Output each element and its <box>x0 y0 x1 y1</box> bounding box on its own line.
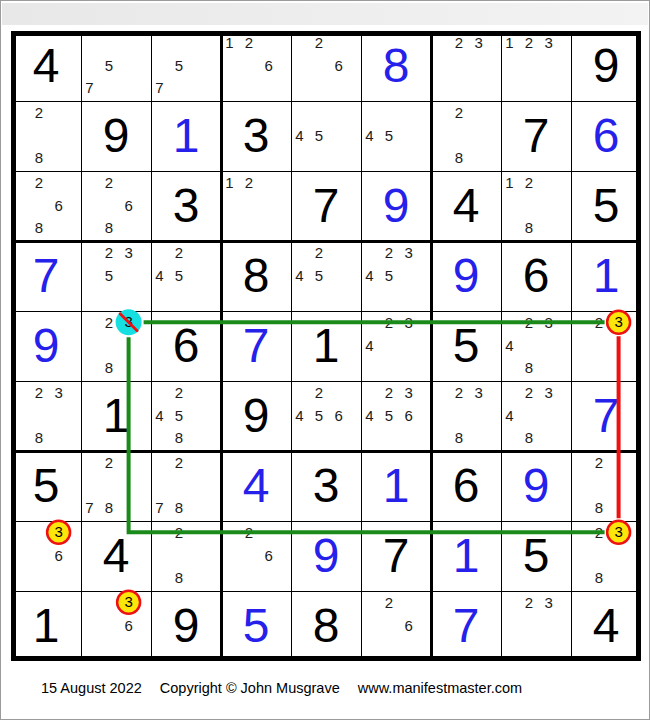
cell-r2c9[interactable]: 6 <box>571 101 641 171</box>
candidate-2: 2 <box>525 315 533 330</box>
cell-r1c1[interactable]: 4 <box>11 31 81 101</box>
cell-r7c1[interactable]: 5 <box>11 451 81 521</box>
candidate-8: 8 <box>175 430 183 445</box>
candidate-2: 2 <box>385 315 393 330</box>
cell-r1c9[interactable]: 9 <box>571 31 641 101</box>
cell-r8c2[interactable]: 4 <box>81 521 151 591</box>
cell-r6c9[interactable]: 7 <box>571 381 641 451</box>
cell-r5c2[interactable]: 28 <box>81 311 151 381</box>
candidate-2: 2 <box>105 175 113 190</box>
cell-r3c3[interactable]: 3 <box>151 171 221 241</box>
footer-date: 15 August 2022 <box>41 680 142 696</box>
cell-r6c1[interactable]: 238 <box>11 381 81 451</box>
cell-r2c3[interactable]: 1 <box>151 101 221 171</box>
cell-r6c3[interactable]: 2458 <box>151 381 221 451</box>
candidate-2: 2 <box>385 385 393 400</box>
solved-digit: 1 <box>151 101 221 171</box>
candidate-2: 2 <box>385 595 393 610</box>
candidate-2: 2 <box>105 455 113 470</box>
solved-digit: 1 <box>431 521 501 591</box>
candidate-5: 5 <box>175 57 183 72</box>
candidate-6: 6 <box>54 547 62 562</box>
cell-r3c1[interactable]: 268 <box>11 171 81 241</box>
candidate-8: 8 <box>595 570 603 585</box>
cell-r7c4[interactable]: 4 <box>221 451 291 521</box>
candidate-7: 7 <box>85 80 93 95</box>
given-digit: 5 <box>431 311 501 381</box>
cell-r1c6[interactable]: 8 <box>361 31 431 101</box>
candidate-2: 2 <box>35 105 43 120</box>
cell-r9c2[interactable]: 6 <box>81 591 151 661</box>
cell-r8c5[interactable]: 9 <box>291 521 361 591</box>
candidate-3: 3 <box>124 245 132 260</box>
given-digit: 6 <box>431 451 501 521</box>
candidate-2: 2 <box>105 315 113 330</box>
given-digit: 8 <box>221 241 291 311</box>
candidate-2: 2 <box>315 245 323 260</box>
candidate-6: 6 <box>334 407 342 422</box>
solved-digit: 9 <box>11 311 81 381</box>
cell-r6c8[interactable]: 2348 <box>501 381 571 451</box>
given-digit: 4 <box>431 171 501 241</box>
candidate-4: 4 <box>155 267 163 282</box>
candidate-2: 2 <box>455 35 463 50</box>
cell-r9c6[interactable]: 26 <box>361 591 431 661</box>
candidate-5: 5 <box>175 407 183 422</box>
footer-copyright: Copyright © John Musgrave <box>160 680 340 696</box>
candidate-2: 2 <box>175 385 183 400</box>
cell-r9c3[interactable]: 9 <box>151 591 221 661</box>
cell-r4c1[interactable]: 7 <box>11 241 81 311</box>
cell-r4c2[interactable]: 235 <box>81 241 151 311</box>
candidate-8: 8 <box>455 430 463 445</box>
candidate-2: 2 <box>525 595 533 610</box>
solved-digit: 7 <box>11 241 81 311</box>
candidate-1: 1 <box>505 175 513 190</box>
cell-r4c9[interactable]: 1 <box>571 241 641 311</box>
given-digit: 4 <box>571 591 641 661</box>
cell-r7c5[interactable]: 3 <box>291 451 361 521</box>
cell-r4c3[interactable]: 245 <box>151 241 221 311</box>
cell-r5c3[interactable]: 6 <box>151 311 221 381</box>
cell-r2c8[interactable]: 7 <box>501 101 571 171</box>
candidate-3: 3 <box>474 35 482 50</box>
candidate-6: 6 <box>334 57 342 72</box>
cell-r3c9[interactable]: 5 <box>571 171 641 241</box>
candidate-7: 7 <box>155 80 163 95</box>
cell-r2c7[interactable]: 28 <box>431 101 501 171</box>
candidate-2: 2 <box>245 175 253 190</box>
cell-r2c4[interactable]: 3 <box>221 101 291 171</box>
candidate-3: 3 <box>544 35 552 50</box>
given-digit: 3 <box>151 171 221 241</box>
given-digit: 9 <box>81 101 151 171</box>
candidate-8: 8 <box>175 570 183 585</box>
candidate-2: 2 <box>105 245 113 260</box>
cell-r4c5[interactable]: 245 <box>291 241 361 311</box>
solved-digit: 1 <box>571 241 641 311</box>
given-digit: 5 <box>571 171 641 241</box>
cell-r3c5[interactable]: 7 <box>291 171 361 241</box>
candidate-2: 2 <box>315 385 323 400</box>
cell-r5c8[interactable]: 2348 <box>501 311 571 381</box>
candidate-8: 8 <box>35 150 43 165</box>
cell-r5c9[interactable]: 2 <box>571 311 641 381</box>
candidate-2: 2 <box>595 525 603 540</box>
sudoku-page: 4575712626823123928913454528762682683127… <box>0 0 650 720</box>
candidate-5: 5 <box>385 127 393 142</box>
candidate-2: 2 <box>175 455 183 470</box>
candidate-8: 8 <box>455 150 463 165</box>
solved-digit: 9 <box>291 521 361 591</box>
given-digit: 8 <box>291 591 361 661</box>
candidate-2: 2 <box>175 525 183 540</box>
cell-r1c7[interactable]: 23 <box>431 31 501 101</box>
candidate-8: 8 <box>105 500 113 515</box>
given-digit: 3 <box>221 101 291 171</box>
candidate-1: 1 <box>225 175 233 190</box>
cell-r1c5[interactable]: 26 <box>291 31 361 101</box>
cell-r9c5[interactable]: 8 <box>291 591 361 661</box>
candidate-1: 1 <box>505 35 513 50</box>
cell-r9c7[interactable]: 7 <box>431 591 501 661</box>
cell-r8c6[interactable]: 7 <box>361 521 431 591</box>
given-digit: 7 <box>291 171 361 241</box>
candidate-4: 4 <box>295 127 303 142</box>
cell-r9c4[interactable]: 5 <box>221 591 291 661</box>
candidate-5: 5 <box>315 127 323 142</box>
solved-digit: 9 <box>501 451 571 521</box>
cell-r3c7[interactable]: 4 <box>431 171 501 241</box>
candidate-7: 7 <box>155 500 163 515</box>
candidate-5: 5 <box>105 267 113 282</box>
solved-digit: 9 <box>431 241 501 311</box>
candidate-3: 3 <box>54 385 62 400</box>
candidate-3: 3 <box>474 385 482 400</box>
candidate-4: 4 <box>505 407 513 422</box>
candidate-4: 4 <box>365 267 373 282</box>
candidate-5: 5 <box>385 267 393 282</box>
given-digit: 6 <box>151 311 221 381</box>
cell-r3c2[interactable]: 268 <box>81 171 151 241</box>
given-digit: 9 <box>221 381 291 451</box>
cell-r7c6[interactable]: 1 <box>361 451 431 521</box>
cell-r6c6[interactable]: 23456 <box>361 381 431 451</box>
candidate-2: 2 <box>525 385 533 400</box>
given-digit: 1 <box>81 381 151 451</box>
candidate-3: 3 <box>544 595 552 610</box>
cell-r2c1[interactable]: 28 <box>11 101 81 171</box>
cell-r8c8[interactable]: 5 <box>501 521 571 591</box>
cell-r7c8[interactable]: 9 <box>501 451 571 521</box>
candidate-5: 5 <box>315 407 323 422</box>
cell-r5c7[interactable]: 5 <box>431 311 501 381</box>
cell-r5c4[interactable]: 7 <box>221 311 291 381</box>
candidate-2: 2 <box>525 35 533 50</box>
cell-r8c1[interactable]: 6 <box>11 521 81 591</box>
given-digit: 9 <box>151 591 221 661</box>
solved-digit: 1 <box>361 451 431 521</box>
candidate-2: 2 <box>595 455 603 470</box>
given-digit: 1 <box>11 591 81 661</box>
candidate-4: 4 <box>505 337 513 352</box>
solved-digit: 7 <box>221 311 291 381</box>
candidate-6: 6 <box>264 547 272 562</box>
given-digit: 7 <box>501 101 571 171</box>
given-digit: 1 <box>291 311 361 381</box>
candidate-8: 8 <box>525 220 533 235</box>
cell-r5c1[interactable]: 9 <box>11 311 81 381</box>
cell-r8c3[interactable]: 28 <box>151 521 221 591</box>
cell-r2c5[interactable]: 45 <box>291 101 361 171</box>
cell-r2c2[interactable]: 9 <box>81 101 151 171</box>
footer: 15 August 2022 Copyright © John Musgrave… <box>41 680 522 696</box>
top-gray-bar <box>2 3 648 25</box>
given-digit: 4 <box>81 521 151 591</box>
candidate-2: 2 <box>455 105 463 120</box>
solved-digit: 6 <box>571 101 641 171</box>
cell-r8c7[interactable]: 1 <box>431 521 501 591</box>
candidate-5: 5 <box>315 267 323 282</box>
candidate-8: 8 <box>525 430 533 445</box>
candidate-8: 8 <box>595 500 603 515</box>
candidate-2: 2 <box>315 35 323 50</box>
cell-r6c4[interactable]: 9 <box>221 381 291 451</box>
candidate-6: 6 <box>124 197 132 212</box>
candidate-8: 8 <box>105 220 113 235</box>
given-digit: 3 <box>291 451 361 521</box>
solved-digit: 8 <box>361 31 431 101</box>
solved-digit: 4 <box>221 451 291 521</box>
cell-r7c7[interactable]: 6 <box>431 451 501 521</box>
solved-digit: 7 <box>431 591 501 661</box>
cell-r1c3[interactable]: 57 <box>151 31 221 101</box>
cell-r2c6[interactable]: 45 <box>361 101 431 171</box>
cell-r6c5[interactable]: 2456 <box>291 381 361 451</box>
candidate-3: 3 <box>544 385 552 400</box>
cell-r4c8[interactable]: 6 <box>501 241 571 311</box>
given-digit: 4 <box>11 31 81 101</box>
candidate-4: 4 <box>155 407 163 422</box>
cell-r5c5[interactable]: 1 <box>291 311 361 381</box>
candidate-4: 4 <box>365 407 373 422</box>
candidate-2: 2 <box>595 315 603 330</box>
cell-r5c6[interactable]: 234 <box>361 311 431 381</box>
cell-r9c9[interactable]: 4 <box>571 591 641 661</box>
cell-r8c9[interactable]: 28 <box>571 521 641 591</box>
candidate-4: 4 <box>295 407 303 422</box>
candidate-4: 4 <box>365 337 373 352</box>
cell-r9c1[interactable]: 1 <box>11 591 81 661</box>
candidate-8: 8 <box>35 430 43 445</box>
cell-r4c7[interactable]: 9 <box>431 241 501 311</box>
cell-r9c8[interactable]: 23 <box>501 591 571 661</box>
candidate-3: 3 <box>404 245 412 260</box>
given-digit: 5 <box>11 451 81 521</box>
candidate-7: 7 <box>85 500 93 515</box>
cell-r7c2[interactable]: 278 <box>81 451 151 521</box>
candidate-6: 6 <box>54 197 62 212</box>
candidate-3: 3 <box>404 315 412 330</box>
cell-r1c2[interactable]: 57 <box>81 31 151 101</box>
candidate-5: 5 <box>105 57 113 72</box>
candidate-6: 6 <box>264 57 272 72</box>
candidate-8: 8 <box>105 360 113 375</box>
candidate-4: 4 <box>295 267 303 282</box>
given-digit: 6 <box>501 241 571 311</box>
cell-r4c4[interactable]: 8 <box>221 241 291 311</box>
sudoku-grid: 4575712626823123928913454528762682683127… <box>11 31 641 661</box>
footer-website[interactable]: www.manifestmaster.com <box>358 680 522 696</box>
candidate-2: 2 <box>455 385 463 400</box>
candidate-6: 6 <box>404 617 412 632</box>
candidate-3: 3 <box>404 385 412 400</box>
cell-r6c7[interactable]: 238 <box>431 381 501 451</box>
candidate-3: 3 <box>544 315 552 330</box>
solved-digit: 9 <box>361 171 431 241</box>
candidate-8: 8 <box>525 360 533 375</box>
given-digit: 9 <box>571 31 641 101</box>
candidate-8: 8 <box>35 220 43 235</box>
candidate-2: 2 <box>35 175 43 190</box>
candidate-2: 2 <box>245 525 253 540</box>
candidate-2: 2 <box>385 245 393 260</box>
cell-r1c4[interactable]: 126 <box>221 31 291 101</box>
cell-r7c9[interactable]: 28 <box>571 451 641 521</box>
cell-r7c3[interactable]: 278 <box>151 451 221 521</box>
solved-digit: 7 <box>571 381 641 451</box>
solved-digit: 5 <box>221 591 291 661</box>
candidate-2: 2 <box>175 245 183 260</box>
candidate-2: 2 <box>245 35 253 50</box>
given-digit: 7 <box>361 521 431 591</box>
candidate-1: 1 <box>225 35 233 50</box>
candidate-6: 6 <box>124 617 132 632</box>
candidate-5: 5 <box>175 267 183 282</box>
candidate-2: 2 <box>35 385 43 400</box>
candidate-6: 6 <box>404 407 412 422</box>
cell-r4c6[interactable]: 2345 <box>361 241 431 311</box>
candidate-4: 4 <box>365 127 373 142</box>
candidate-5: 5 <box>385 407 393 422</box>
cell-r6c2[interactable]: 1 <box>81 381 151 451</box>
cell-r3c6[interactable]: 9 <box>361 171 431 241</box>
cell-r3c4[interactable]: 12 <box>221 171 291 241</box>
candidate-8: 8 <box>175 500 183 515</box>
cell-r8c4[interactable]: 26 <box>221 521 291 591</box>
cell-r1c8[interactable]: 123 <box>501 31 571 101</box>
given-digit: 5 <box>501 521 571 591</box>
candidate-2: 2 <box>525 175 533 190</box>
cell-r3c8[interactable]: 128 <box>501 171 571 241</box>
